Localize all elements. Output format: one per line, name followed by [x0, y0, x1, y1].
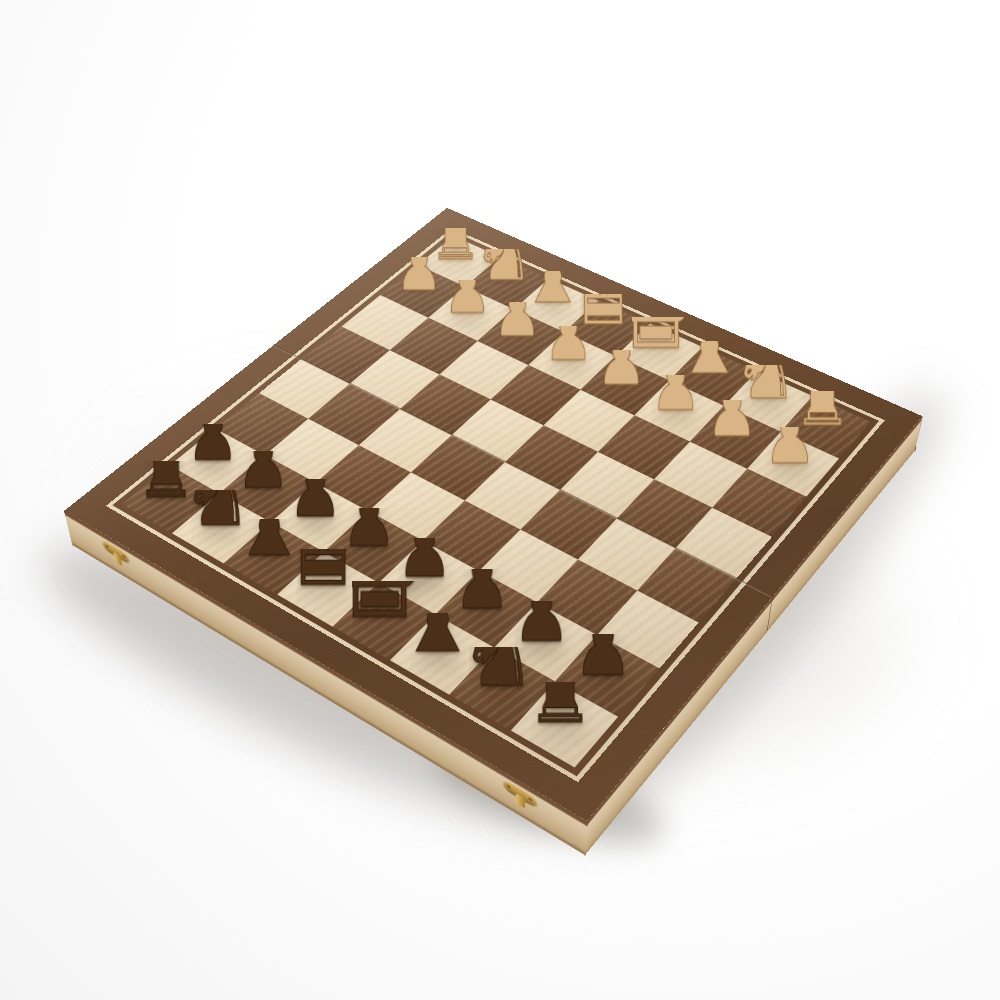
folding-chess-box: ♜♞♝♛♚♝♞♜♟♟♟♟♟♟♟♟♟♟♟♟♟♟♟♟♜♞♝♛♚♝♞♜: [65, 208, 922, 821]
chess-board-squares: ♜♞♝♛♚♝♞♜♟♟♟♟♟♟♟♟♟♟♟♟♟♟♟♟♜♞♝♛♚♝♞♜: [122, 236, 871, 768]
maple-pinstripe: ♜♞♝♛♚♝♞♜♟♟♟♟♟♟♟♟♟♟♟♟♟♟♟♟♜♞♝♛♚♝♞♜: [106, 228, 885, 782]
scene-3d: ♜♞♝♛♚♝♞♜♟♟♟♟♟♟♟♟♟♟♟♟♟♟♟♟♜♞♝♛♚♝♞♜: [0, 0, 1000, 1000]
square-e5[interactable]: [505, 425, 598, 490]
dark-knight[interactable]: ♞: [469, 647, 526, 724]
photo-background: ♜♞♝♛♚♝♞♜♟♟♟♟♟♟♟♟♟♟♟♟♟♟♟♟♜♞♝♛♚♝♞♜: [0, 0, 1000, 1000]
board-surface: ♜♞♝♛♚♝♞♜♟♟♟♟♟♟♟♟♟♟♟♟♟♟♟♟♜♞♝♛♚♝♞♜: [65, 208, 922, 821]
dark-bishop[interactable]: ♝: [410, 613, 466, 689]
light-pawn[interactable]: ♟: [396, 257, 441, 318]
light-pawn[interactable]: ♟: [707, 400, 757, 467]
dark-rook[interactable]: ♜: [531, 682, 589, 760]
